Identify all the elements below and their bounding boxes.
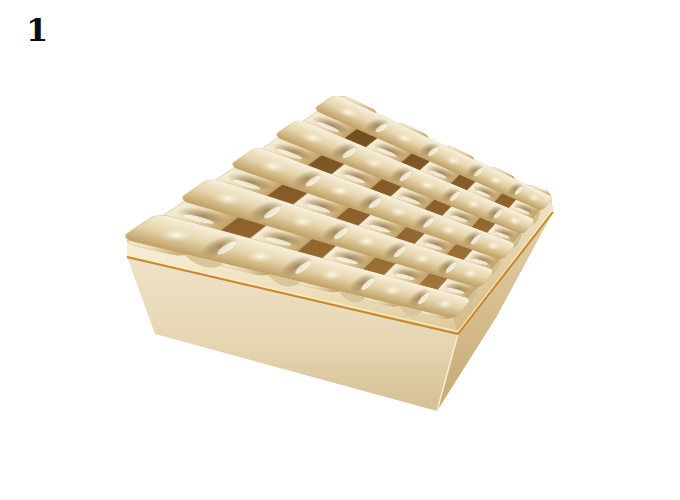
photo-canvas: 1 — [0, 0, 680, 500]
product-photo — [0, 0, 680, 500]
